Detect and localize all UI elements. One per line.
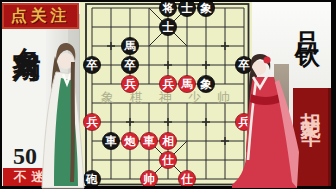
piece-red-兵[interactable]: 兵 (159, 75, 176, 92)
river-watermark: 象棋神少帅 (101, 90, 246, 105)
piece-black-士[interactable]: 士 (159, 18, 176, 35)
piece-black-将[interactable]: 将 (159, 2, 176, 17)
piece-red-相[interactable]: 相 (159, 132, 176, 149)
piece-black-象[interactable]: 象 (197, 2, 214, 17)
piece-character: 車 (104, 135, 117, 147)
piece-red-仕[interactable]: 仕 (159, 151, 176, 168)
position-marker (107, 42, 115, 50)
piece-black-馬[interactable]: 馬 (121, 37, 138, 54)
xiangqi-board: 象棋神少帅 将士象士馬卒卒卒兵兵馬象兵兵車炮車相仕砲帅仕 (80, 2, 252, 186)
illustration-girl-left (28, 14, 86, 189)
piece-red-仕[interactable]: 仕 (178, 170, 195, 186)
piece-red-兵[interactable]: 兵 (121, 75, 138, 92)
piece-character: 車 (142, 135, 155, 147)
position-marker (221, 137, 229, 145)
piece-character: 砲 (85, 173, 98, 185)
piece-character: 兵 (86, 116, 98, 129)
piece-character: 卒 (123, 58, 136, 71)
piece-character: 士 (161, 21, 174, 33)
position-marker (202, 118, 210, 126)
piece-red-帅[interactable]: 帅 (140, 170, 157, 186)
position-marker (164, 61, 172, 69)
piece-character: 相 (161, 135, 174, 147)
hair-strand (72, 62, 73, 182)
thumbnail: 点关注 名家对局 50 不迷路 象棋神少帅 将士象士馬卒卒卒兵兵馬象兵兵車炮車相… (0, 0, 336, 189)
piece-character: 仕 (161, 154, 174, 166)
piece-character: 炮 (123, 135, 136, 147)
piece-black-車[interactable]: 車 (102, 132, 119, 149)
board-panel: 象棋神少帅 将士象士馬卒卒卒兵兵馬象兵兵車炮車相仕砲帅仕 (80, 2, 252, 186)
piece-red-車[interactable]: 車 (140, 132, 157, 149)
piece-character: 卒 (85, 58, 98, 71)
illustration-girl-right (229, 52, 309, 189)
piece-character: 兵 (162, 78, 174, 91)
piece-red-馬[interactable]: 馬 (178, 75, 195, 92)
hair-flower (263, 56, 270, 63)
piece-black-象[interactable]: 象 (197, 75, 214, 92)
piece-character: 馬 (123, 40, 136, 52)
piece-character: 帅 (142, 173, 155, 185)
position-marker (221, 42, 229, 50)
position-marker (126, 118, 134, 126)
piece-character: 兵 (124, 78, 136, 91)
piece-character: 馬 (180, 78, 193, 90)
piece-character: 将 (161, 2, 174, 14)
piece-black-卒[interactable]: 卒 (121, 56, 138, 73)
piece-character: 士 (180, 2, 193, 14)
piece-character: 象 (199, 78, 212, 90)
piece-character: 象 (199, 2, 212, 14)
piece-black-士[interactable]: 士 (178, 2, 195, 17)
position-marker (164, 118, 172, 126)
piece-red-炮[interactable]: 炮 (121, 132, 138, 149)
piece-character: 仕 (180, 173, 193, 185)
position-marker (202, 61, 210, 69)
